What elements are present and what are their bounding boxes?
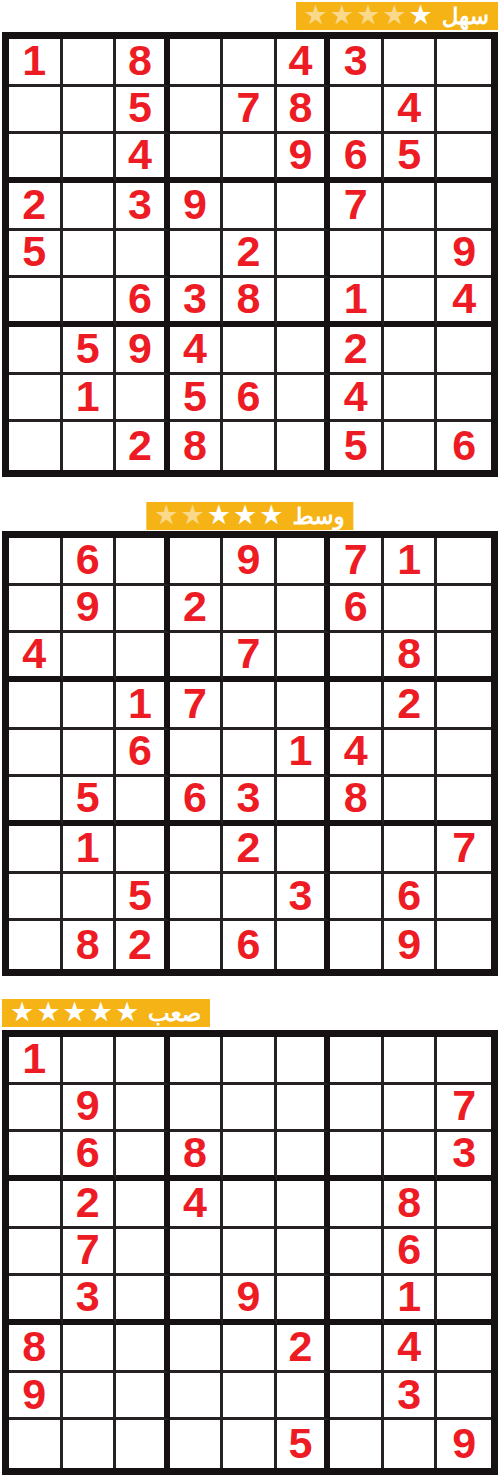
cell-r6c5[interactable]: 3 (223, 777, 277, 826)
cell-r3c3[interactable] (116, 633, 170, 682)
given-digit: 1 (22, 1037, 46, 1080)
cell-r8c9[interactable] (437, 375, 491, 423)
cell-r3c5[interactable] (223, 134, 277, 183)
cell-r4c6[interactable] (277, 1181, 331, 1229)
cell-r3c6[interactable]: 9 (277, 134, 331, 183)
given-digit: 7 (452, 826, 476, 869)
cell-r4c2[interactable] (63, 682, 117, 730)
cell-r1c6[interactable] (277, 538, 331, 586)
cell-r8c6[interactable] (277, 1373, 331, 1421)
cell-r7c9[interactable] (437, 1325, 491, 1373)
cell-r5c1[interactable] (9, 730, 63, 778)
cell-r3c1[interactable] (9, 1132, 63, 1181)
cell-r9c7[interactable]: 5 (330, 422, 384, 470)
cell-r5c7[interactable] (330, 231, 384, 279)
cell-r3c4[interactable]: 8 (170, 1132, 224, 1181)
cell-r6c8[interactable] (384, 777, 438, 826)
cell-r7c5[interactable]: 2 (223, 826, 277, 874)
cell-r1c2[interactable] (63, 39, 117, 87)
cell-r5c8[interactable]: 6 (384, 1229, 438, 1277)
cell-r5c1[interactable]: 5 (9, 231, 63, 279)
cell-r9c9[interactable]: 6 (437, 422, 491, 470)
given-digit: 2 (237, 826, 261, 869)
cell-r2c7[interactable] (330, 87, 384, 135)
given-digit: 6 (344, 133, 368, 176)
cell-r3c8[interactable]: 8 (384, 633, 438, 682)
cell-r1c7[interactable]: 3 (330, 39, 384, 87)
cell-r4c4[interactable]: 9 (170, 183, 224, 231)
cell-r3c2[interactable] (63, 134, 117, 183)
cell-r7c8[interactable]: 4 (384, 1325, 438, 1373)
sudoku-board-hard: 197683248763918249359 (2, 1030, 498, 1475)
cell-r8c4[interactable] (170, 874, 224, 922)
cell-r6c7[interactable]: 8 (330, 777, 384, 826)
cell-r6c9[interactable] (437, 777, 491, 826)
cell-r7c2[interactable]: 5 (63, 327, 117, 375)
cell-r6c2[interactable]: 5 (63, 777, 117, 826)
cell-r7c6[interactable]: 2 (277, 1325, 331, 1373)
given-digit: 6 (237, 375, 261, 418)
cell-r9c1[interactable] (9, 921, 63, 969)
given-digit: 6 (237, 923, 261, 966)
cell-r4c5[interactable] (223, 183, 277, 231)
cell-r4c9[interactable] (437, 682, 491, 730)
given-digit: 2 (289, 1325, 313, 1368)
cell-r8c3[interactable] (116, 1373, 170, 1421)
cell-r7c8[interactable] (384, 327, 438, 375)
cell-r1c1[interactable]: 1 (9, 39, 63, 87)
cell-r9c4[interactable]: 8 (170, 422, 224, 470)
cell-r9c5[interactable] (223, 422, 277, 470)
cell-r6c1[interactable] (9, 777, 63, 826)
cell-r4c7[interactable]: 7 (330, 183, 384, 231)
given-digit: 4 (397, 1325, 421, 1368)
cell-r5c4[interactable] (170, 730, 224, 778)
star-empty-icon: ★ (330, 2, 354, 28)
cell-r7c4[interactable]: 4 (170, 327, 224, 375)
cell-r7c2[interactable] (63, 1325, 117, 1373)
star-rating-medium: ★★★★★ (154, 503, 283, 529)
cell-r2c5[interactable] (223, 586, 277, 634)
given-digit: 1 (76, 826, 100, 869)
cell-r9c6[interactable]: 5 (277, 1420, 331, 1468)
cell-r4c8[interactable] (384, 183, 438, 231)
cell-r2c8[interactable] (384, 1085, 438, 1133)
cell-r1c4[interactable] (170, 1037, 224, 1085)
cell-r3c5[interactable] (223, 1132, 277, 1181)
cell-r1c2[interactable]: 6 (63, 538, 117, 586)
cell-r1c5[interactable] (223, 1037, 277, 1085)
cell-r3c6[interactable] (277, 1132, 331, 1181)
cell-r2c7[interactable] (330, 1085, 384, 1133)
cell-r9c3[interactable] (116, 1420, 170, 1468)
cell-r8c4[interactable] (170, 1373, 224, 1421)
sudoku-page: ★★★★★ سهل 184357844965239752963814594215… (0, 0, 500, 1477)
cell-r2c9[interactable] (437, 87, 491, 135)
cell-r6c7[interactable] (330, 1276, 384, 1325)
cell-r3c4[interactable] (170, 134, 224, 183)
cell-r9c7[interactable] (330, 1420, 384, 1468)
cell-r7c4[interactable] (170, 1325, 224, 1373)
cell-r6c5[interactable]: 9 (223, 1276, 277, 1325)
cell-r2c7[interactable]: 6 (330, 586, 384, 634)
cell-r6c2[interactable]: 3 (63, 1276, 117, 1325)
cell-r5c6[interactable]: 1 (277, 730, 331, 778)
cell-r2c8[interactable]: 4 (384, 87, 438, 135)
cell-r3c6[interactable] (277, 633, 331, 682)
cell-r4c5[interactable] (223, 682, 277, 730)
cell-r9c7[interactable] (330, 921, 384, 969)
given-digit: 1 (22, 39, 46, 82)
cell-r9c4[interactable] (170, 1420, 224, 1468)
cell-r4c4[interactable]: 4 (170, 1181, 224, 1229)
cell-r1c3[interactable] (116, 538, 170, 586)
cell-r1c6[interactable]: 4 (277, 39, 331, 87)
cell-r8c2[interactable]: 1 (63, 375, 117, 423)
cell-r2c9[interactable]: 7 (437, 1085, 491, 1133)
star-filled-icon: ★ (408, 2, 432, 28)
cell-r7c9[interactable] (437, 327, 491, 375)
cell-r2c2[interactable]: 9 (63, 586, 117, 634)
cell-r7c5[interactable] (223, 1325, 277, 1373)
cell-r7c7[interactable] (330, 1325, 384, 1373)
cell-r1c3[interactable]: 8 (116, 39, 170, 87)
cell-r9c4[interactable] (170, 921, 224, 969)
given-digit: 5 (344, 424, 368, 467)
cell-r6c3[interactable] (116, 1276, 170, 1325)
cell-r4c3[interactable] (116, 1181, 170, 1229)
cell-r1c8[interactable] (384, 39, 438, 87)
cell-r2c5[interactable]: 7 (223, 87, 277, 135)
cell-r3c8[interactable] (384, 1132, 438, 1181)
cell-r8c9[interactable] (437, 874, 491, 922)
cell-r7c1[interactable] (9, 327, 63, 375)
cell-r5c3[interactable]: 6 (116, 730, 170, 778)
cell-r4c5[interactable] (223, 1181, 277, 1229)
cell-r1c1[interactable] (9, 538, 63, 586)
star-rating-hard: ★★★★★ (10, 1000, 139, 1026)
cell-r3c7[interactable]: 6 (330, 134, 384, 183)
cell-r9c1[interactable] (9, 422, 63, 470)
cell-r8c1[interactable] (9, 375, 63, 423)
given-digit: 5 (22, 230, 46, 273)
cell-r5c3[interactable] (116, 231, 170, 279)
cell-r4c6[interactable] (277, 183, 331, 231)
cell-r5c9[interactable] (437, 1229, 491, 1277)
cell-r6c3[interactable] (116, 777, 170, 826)
cell-r1c8[interactable]: 1 (384, 538, 438, 586)
given-digit: 1 (397, 538, 421, 581)
given-digit: 7 (344, 183, 368, 226)
given-digit: 2 (397, 682, 421, 725)
star-filled-icon: ★ (259, 502, 283, 528)
cell-r2c6[interactable] (277, 586, 331, 634)
given-digit: 1 (128, 682, 152, 725)
cell-r8c7[interactable] (330, 874, 384, 922)
star-filled-icon: ★ (62, 999, 86, 1025)
sudoku-board-medium: 697192647817261456381275368269 (2, 531, 498, 976)
cell-r7c7[interactable]: 2 (330, 327, 384, 375)
cell-r7c6[interactable] (277, 327, 331, 375)
cell-r4c2[interactable] (63, 183, 117, 231)
cell-r4c1[interactable] (9, 682, 63, 730)
sudoku-board-easy: 184357844965239752963814594215642856 (2, 32, 498, 477)
cell-r1c9[interactable] (437, 1037, 491, 1085)
cell-r3c9[interactable] (437, 633, 491, 682)
cell-r2c8[interactable] (384, 586, 438, 634)
cell-r7c3[interactable] (116, 1325, 170, 1373)
cell-r4c3[interactable]: 3 (116, 183, 170, 231)
cell-r2c2[interactable] (63, 87, 117, 135)
cell-r7c9[interactable]: 7 (437, 826, 491, 874)
given-digit: 5 (183, 375, 207, 418)
given-digit: 8 (344, 776, 368, 819)
cell-r3c9[interactable]: 3 (437, 1132, 491, 1181)
cell-r9c6[interactable] (277, 422, 331, 470)
cell-r9c1[interactable] (9, 1420, 63, 1468)
cell-r1c9[interactable] (437, 538, 491, 586)
given-digit: 7 (452, 1084, 476, 1127)
cell-r6c6[interactable] (277, 777, 331, 826)
cell-r3c2[interactable]: 6 (63, 1132, 117, 1181)
cell-r5c5[interactable]: 2 (223, 231, 277, 279)
cell-r5c5[interactable] (223, 1229, 277, 1277)
cell-r4c3[interactable]: 1 (116, 682, 170, 730)
cell-r7c1[interactable]: 8 (9, 1325, 63, 1373)
cell-r5c9[interactable]: 9 (437, 231, 491, 279)
cell-r2c1[interactable] (9, 1085, 63, 1133)
cell-r6c3[interactable]: 6 (116, 278, 170, 327)
given-digit: 8 (397, 1181, 421, 1224)
cell-r8c6[interactable]: 3 (277, 874, 331, 922)
cell-r3c2[interactable] (63, 633, 117, 682)
cell-r9c8[interactable] (384, 1420, 438, 1468)
cell-r9c6[interactable] (277, 921, 331, 969)
cell-r4c1[interactable]: 2 (9, 183, 63, 231)
cell-r5c9[interactable] (437, 730, 491, 778)
cell-r9c5[interactable] (223, 1420, 277, 1468)
cell-r9c8[interactable] (384, 422, 438, 470)
cell-r3c3[interactable]: 4 (116, 134, 170, 183)
cell-r8c7[interactable]: 4 (330, 375, 384, 423)
cell-r3c1[interactable] (9, 134, 63, 183)
cell-r9c8[interactable]: 9 (384, 921, 438, 969)
cell-r4c6[interactable] (277, 682, 331, 730)
cell-r5c2[interactable] (63, 231, 117, 279)
cell-r3c3[interactable] (116, 1132, 170, 1181)
cell-r8c1[interactable] (9, 874, 63, 922)
given-digit: 5 (76, 327, 100, 370)
cell-r2c3[interactable] (116, 586, 170, 634)
cell-r9c2[interactable]: 8 (63, 921, 117, 969)
given-digit: 2 (76, 1181, 100, 1224)
given-digit: 7 (237, 632, 261, 675)
difficulty-label-easy: سهل (442, 2, 489, 30)
cell-r8c3[interactable] (116, 375, 170, 423)
cell-r9c2[interactable] (63, 1420, 117, 1468)
cell-r8c2[interactable] (63, 1373, 117, 1421)
cell-r2c4[interactable] (170, 1085, 224, 1133)
cell-r2c9[interactable] (437, 586, 491, 634)
cell-r2c1[interactable] (9, 87, 63, 135)
cell-r7c3[interactable] (116, 826, 170, 874)
cell-r9c3[interactable]: 2 (116, 422, 170, 470)
cell-r9c2[interactable] (63, 422, 117, 470)
cell-r2c6[interactable]: 8 (277, 87, 331, 135)
cell-r8c3[interactable]: 5 (116, 874, 170, 922)
cell-r5c3[interactable] (116, 1229, 170, 1277)
given-digit: 9 (237, 1275, 261, 1318)
cell-r4c9[interactable] (437, 1181, 491, 1229)
cell-r6c7[interactable]: 1 (330, 278, 384, 327)
cell-r5c6[interactable] (277, 231, 331, 279)
star-empty-icon: ★ (304, 2, 328, 28)
cell-r6c9[interactable] (437, 1276, 491, 1325)
given-digit: 5 (128, 874, 152, 917)
cell-r3c7[interactable] (330, 1132, 384, 1181)
cell-r7c7[interactable] (330, 826, 384, 874)
difficulty-banner-easy: ★★★★★ سهل (296, 2, 498, 30)
cell-r5c5[interactable] (223, 730, 277, 778)
cell-r7c6[interactable] (277, 826, 331, 874)
given-digit: 5 (76, 776, 100, 819)
cell-r2c3[interactable] (116, 1085, 170, 1133)
cell-r6c2[interactable] (63, 278, 117, 327)
cell-r2c4[interactable]: 2 (170, 586, 224, 634)
star-rating-easy: ★★★★★ (304, 3, 433, 29)
cell-r4c8[interactable]: 2 (384, 682, 438, 730)
cell-r5c7[interactable]: 4 (330, 730, 384, 778)
cell-r6c4[interactable]: 6 (170, 777, 224, 826)
cell-r8c5[interactable] (223, 874, 277, 922)
cell-r6c6[interactable] (277, 1276, 331, 1325)
cell-r8c6[interactable] (277, 375, 331, 423)
cell-r8c7[interactable] (330, 1373, 384, 1421)
cell-r6c1[interactable] (9, 1276, 63, 1325)
cell-r9c9[interactable] (437, 921, 491, 969)
cell-r4c9[interactable] (437, 183, 491, 231)
cell-r1c5[interactable]: 9 (223, 538, 277, 586)
cell-r4c2[interactable]: 2 (63, 1181, 117, 1229)
cell-r2c2[interactable]: 9 (63, 1085, 117, 1133)
cell-r4c4[interactable]: 7 (170, 682, 224, 730)
cell-r2c6[interactable] (277, 1085, 331, 1133)
given-digit: 4 (344, 375, 368, 418)
cell-r1c5[interactable] (223, 39, 277, 87)
cell-r1c3[interactable] (116, 1037, 170, 1085)
cell-r7c5[interactable] (223, 327, 277, 375)
cell-r3c7[interactable] (330, 633, 384, 682)
cell-r1c2[interactable] (63, 1037, 117, 1085)
cell-r9c9[interactable]: 9 (437, 1420, 491, 1468)
given-digit: 5 (289, 1422, 313, 1465)
star-filled-icon: ★ (10, 999, 34, 1025)
cell-r8c1[interactable]: 9 (9, 1373, 63, 1421)
given-digit: 9 (76, 1084, 100, 1127)
cell-r7c8[interactable] (384, 826, 438, 874)
cell-r2c5[interactable] (223, 1085, 277, 1133)
given-digit: 3 (237, 776, 261, 819)
cell-r8c4[interactable]: 5 (170, 375, 224, 423)
cell-r4c1[interactable] (9, 1181, 63, 1229)
given-digit: 4 (397, 86, 421, 129)
cell-r8c8[interactable] (384, 375, 438, 423)
cell-r2c4[interactable] (170, 87, 224, 135)
cell-r5c7[interactable] (330, 1229, 384, 1277)
given-digit: 9 (452, 230, 476, 273)
cell-r4c7[interactable] (330, 1181, 384, 1229)
cell-r3c9[interactable] (437, 134, 491, 183)
cell-r1c7[interactable]: 7 (330, 538, 384, 586)
cell-r5c6[interactable] (277, 1229, 331, 1277)
cell-r9c3[interactable]: 2 (116, 921, 170, 969)
cell-r9c5[interactable]: 6 (223, 921, 277, 969)
cell-r7c2[interactable]: 1 (63, 826, 117, 874)
cell-r5c8[interactable] (384, 730, 438, 778)
cell-r6c4[interactable]: 3 (170, 278, 224, 327)
cell-r8c5[interactable]: 6 (223, 375, 277, 423)
given-digit: 3 (344, 39, 368, 82)
cell-r6c1[interactable] (9, 278, 63, 327)
cell-r5c2[interactable]: 7 (63, 1229, 117, 1277)
cell-r8c2[interactable] (63, 874, 117, 922)
given-digit: 6 (76, 538, 100, 581)
cell-r5c2[interactable] (63, 730, 117, 778)
cell-r3c5[interactable]: 7 (223, 633, 277, 682)
cell-r1c1[interactable]: 1 (9, 1037, 63, 1085)
cell-r5c1[interactable] (9, 1229, 63, 1277)
cell-r4c8[interactable]: 8 (384, 1181, 438, 1229)
cell-r5c4[interactable] (170, 231, 224, 279)
cell-r3c4[interactable] (170, 633, 224, 682)
cell-r5c8[interactable] (384, 231, 438, 279)
cell-r4c7[interactable] (330, 682, 384, 730)
cell-r8c8[interactable]: 3 (384, 1373, 438, 1421)
given-digit: 8 (397, 632, 421, 675)
cell-r6c8[interactable] (384, 278, 438, 327)
cell-r6c9[interactable]: 4 (437, 278, 491, 327)
cell-r6c8[interactable]: 1 (384, 1276, 438, 1325)
cell-r1c6[interactable] (277, 1037, 331, 1085)
cell-r7c1[interactable] (9, 826, 63, 874)
given-digit: 9 (237, 538, 261, 581)
cell-r1c4[interactable] (170, 39, 224, 87)
given-digit: 2 (183, 585, 207, 628)
cell-r1c9[interactable] (437, 39, 491, 87)
cell-r6c5[interactable]: 8 (223, 278, 277, 327)
given-digit: 6 (128, 277, 152, 320)
cell-r3c1[interactable]: 4 (9, 633, 63, 682)
cell-r5c4[interactable] (170, 1229, 224, 1277)
cell-r6c6[interactable] (277, 278, 331, 327)
cell-r1c7[interactable] (330, 1037, 384, 1085)
cell-r8c8[interactable]: 6 (384, 874, 438, 922)
cell-r7c4[interactable] (170, 826, 224, 874)
cell-r3c8[interactable]: 5 (384, 134, 438, 183)
cell-r8c5[interactable] (223, 1373, 277, 1421)
difficulty-banner-medium: ★★★★★ وسط (146, 502, 353, 530)
cell-r7c3[interactable]: 9 (116, 327, 170, 375)
cell-r8c9[interactable] (437, 1373, 491, 1421)
cell-r6c4[interactable] (170, 1276, 224, 1325)
cell-r2c3[interactable]: 5 (116, 87, 170, 135)
cell-r1c4[interactable] (170, 538, 224, 586)
cell-r1c8[interactable] (384, 1037, 438, 1085)
given-digit: 8 (183, 424, 207, 467)
cell-r2c1[interactable] (9, 586, 63, 634)
given-digit: 9 (22, 1373, 46, 1416)
given-digit: 2 (237, 230, 261, 273)
